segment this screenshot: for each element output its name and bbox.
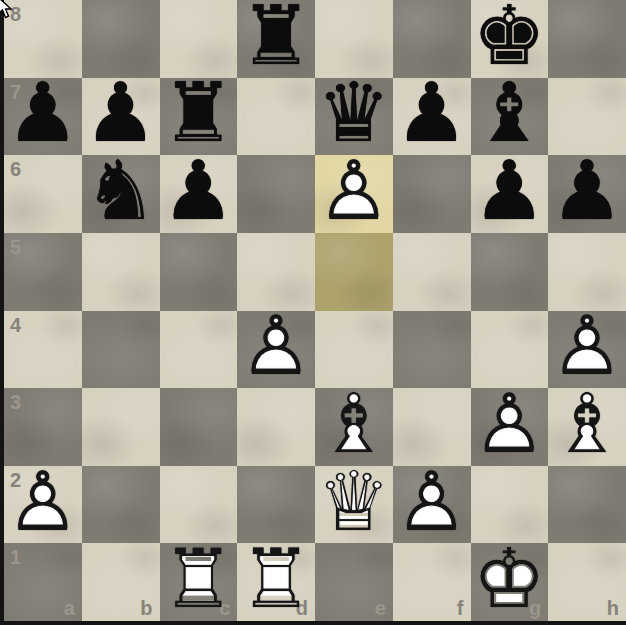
black-pawn-c6[interactable]: ♟	[160, 155, 238, 233]
rank-label-8: 8	[10, 3, 21, 26]
square-a5[interactable]: 5	[4, 233, 82, 311]
square-f5[interactable]	[393, 233, 471, 311]
file-label-b: b	[140, 597, 152, 620]
rank-label-4: 4	[10, 314, 21, 337]
square-g1[interactable]: g♚♔	[471, 543, 549, 621]
square-b5[interactable]	[82, 233, 160, 311]
square-a1[interactable]: 1a	[4, 543, 82, 621]
rank-label-5: 5	[10, 236, 21, 259]
square-f2[interactable]: ♟♙	[393, 466, 471, 544]
square-f4[interactable]	[393, 311, 471, 389]
square-d3[interactable]	[237, 388, 315, 466]
square-b6[interactable]: ♞	[82, 155, 160, 233]
white-bishop-h3[interactable]: ♝♗	[548, 388, 626, 466]
rank-label-6: 6	[10, 158, 21, 181]
square-d1[interactable]: d♜♖	[237, 543, 315, 621]
black-rook-d8[interactable]: ♜	[237, 0, 315, 78]
square-c5[interactable]	[160, 233, 238, 311]
rank-label-1: 1	[10, 546, 21, 569]
square-f1[interactable]: f	[393, 543, 471, 621]
square-h8[interactable]	[548, 0, 626, 78]
square-a2[interactable]: 2♟♙	[4, 466, 82, 544]
rank-label-3: 3	[10, 391, 21, 414]
square-h3[interactable]: ♝♗	[548, 388, 626, 466]
square-b3[interactable]	[82, 388, 160, 466]
white-king-g1[interactable]: ♚♔	[471, 543, 549, 621]
white-rook-d1[interactable]: ♜♖	[237, 543, 315, 621]
square-c1[interactable]: c♜♖	[160, 543, 238, 621]
white-pawn-e6[interactable]: ♟♙	[315, 155, 393, 233]
square-g3[interactable]: ♟♙	[471, 388, 549, 466]
file-label-h: h	[607, 597, 619, 620]
black-knight-b6[interactable]: ♞	[82, 155, 160, 233]
square-f7[interactable]: ♟	[393, 78, 471, 156]
square-c3[interactable]	[160, 388, 238, 466]
white-rook-c1[interactable]: ♜♖	[160, 543, 238, 621]
black-pawn-f7[interactable]: ♟	[393, 78, 471, 156]
black-pawn-g6[interactable]: ♟	[471, 155, 549, 233]
chessboard: 8♜♚7♟♟♜♛♟♝6♞♟♟♙♟♟54♟♙♟♙3♝♗♟♙♝♗2♟♙♛♕♟♙1ab…	[0, 0, 626, 625]
black-pawn-a7[interactable]: ♟	[4, 78, 82, 156]
square-c6[interactable]: ♟	[160, 155, 238, 233]
white-queen-e2[interactable]: ♛♕	[315, 466, 393, 544]
chess-app: 8♜♚7♟♟♜♛♟♝6♞♟♟♙♟♟54♟♙♟♙3♝♗♟♙♝♗2♟♙♛♕♟♙1ab…	[0, 0, 626, 625]
square-d6[interactable]	[237, 155, 315, 233]
square-a4[interactable]: 4	[4, 311, 82, 389]
square-h6[interactable]: ♟	[548, 155, 626, 233]
square-d4[interactable]: ♟♙	[237, 311, 315, 389]
square-b1[interactable]: b	[82, 543, 160, 621]
square-b4[interactable]	[82, 311, 160, 389]
square-f6[interactable]	[393, 155, 471, 233]
white-pawn-f2[interactable]: ♟♙	[393, 466, 471, 544]
square-c4[interactable]	[160, 311, 238, 389]
square-e2[interactable]: ♛♕	[315, 466, 393, 544]
white-pawn-a2[interactable]: ♟♙	[4, 466, 82, 544]
black-pawn-h6[interactable]: ♟	[548, 155, 626, 233]
file-label-f: f	[457, 597, 464, 620]
square-e6[interactable]: ♟♙	[315, 155, 393, 233]
square-a6[interactable]: 6	[4, 155, 82, 233]
white-pawn-d4[interactable]: ♟♙	[237, 311, 315, 389]
square-g5[interactable]	[471, 233, 549, 311]
square-h1[interactable]: h	[548, 543, 626, 621]
square-b2[interactable]	[82, 466, 160, 544]
white-pawn-g3[interactable]: ♟♙	[471, 388, 549, 466]
file-label-a: a	[64, 597, 75, 620]
square-e5[interactable]	[315, 233, 393, 311]
square-a7[interactable]: 7♟	[4, 78, 82, 156]
square-h2[interactable]	[548, 466, 626, 544]
file-label-e: e	[375, 597, 386, 620]
square-d7[interactable]	[237, 78, 315, 156]
square-g6[interactable]: ♟	[471, 155, 549, 233]
square-e1[interactable]: e	[315, 543, 393, 621]
square-d8[interactable]: ♜	[237, 0, 315, 78]
